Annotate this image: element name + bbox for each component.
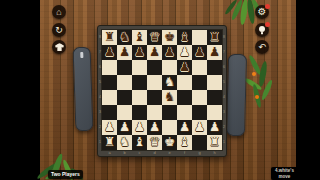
square-e6[interactable]	[162, 60, 177, 75]
rank-label: 6	[222, 60, 226, 75]
square-h8[interactable]: ♜	[207, 30, 222, 45]
square-c1[interactable]: ♝	[132, 135, 147, 150]
piece-black-rook: ♜	[102, 30, 117, 45]
square-h3[interactable]	[207, 105, 222, 120]
square-b8[interactable]: ♞	[117, 30, 132, 45]
square-g2[interactable]: ♟	[192, 120, 207, 135]
piece-black-pawn: ♟	[117, 45, 132, 60]
square-c8[interactable]: ♝	[132, 30, 147, 45]
letterbox-left	[0, 0, 40, 180]
piece-black-bishop: ♝	[132, 30, 147, 45]
file-label: a	[102, 150, 117, 156]
piece-black-pawn: ♟	[102, 45, 117, 60]
square-c5[interactable]	[132, 75, 147, 90]
square-a5[interactable]	[102, 75, 117, 90]
captured-pieces-tray-left	[73, 47, 94, 132]
tshirt-icon	[54, 43, 65, 52]
rank-label: 3	[98, 105, 102, 120]
undo-icon: ↶	[258, 40, 266, 54]
square-f5[interactable]	[177, 75, 192, 90]
settings-button[interactable]: ⚙	[255, 5, 269, 19]
rank-label: 1	[98, 135, 102, 150]
square-a1[interactable]: ♜	[102, 135, 117, 150]
piece-white-pawn: ♟	[192, 120, 207, 135]
square-f6[interactable]: ♟	[177, 60, 192, 75]
file-label: b	[117, 150, 132, 156]
piece-white-pawn: ♟	[132, 120, 147, 135]
settings-notification-badge	[265, 4, 270, 9]
file-label: c	[132, 150, 147, 156]
chess-board: ♜♞♝♛♚♝♜♟♟♟♟♟♟♟♟♟♞♞♟♟♟♟♟♟♟♜♞♝♛♚♝♜ abcdefg…	[97, 25, 227, 157]
piece-white-knight: ♞	[162, 75, 177, 90]
board-squares: ♜♞♝♛♚♝♜♟♟♟♟♟♟♟♟♟♞♞♟♟♟♟♟♟♟♜♞♝♛♚♝♜	[102, 30, 222, 150]
square-b4[interactable]	[117, 90, 132, 105]
game-mode-label: Two Players	[48, 170, 83, 179]
piece-white-bishop: ♝	[132, 135, 147, 150]
piece-black-knight: ♞	[117, 30, 132, 45]
square-d2[interactable]: ♟	[147, 120, 162, 135]
square-h4[interactable]	[207, 90, 222, 105]
square-g1[interactable]	[192, 135, 207, 150]
rank-label: 7	[98, 45, 102, 60]
piece-white-pawn: ♟	[177, 120, 192, 135]
piece-black-queen: ♛	[147, 30, 162, 45]
letterbox-right	[296, 0, 320, 180]
square-f3[interactable]	[177, 105, 192, 120]
hint-button[interactable]	[255, 23, 269, 37]
file-label: h	[207, 150, 222, 156]
square-a2[interactable]: ♟	[102, 120, 117, 135]
square-c7[interactable]: ♟	[132, 45, 147, 60]
square-h6[interactable]	[207, 60, 222, 75]
square-a4[interactable]	[102, 90, 117, 105]
square-b1[interactable]: ♞	[117, 135, 132, 150]
square-c2[interactable]: ♟	[132, 120, 147, 135]
file-label: f	[177, 150, 192, 156]
square-c3[interactable]	[132, 105, 147, 120]
rank-labels-right: 87654321	[222, 30, 226, 150]
piece-black-pawn: ♟	[192, 45, 207, 60]
piece-black-knight: ♞	[162, 90, 177, 105]
piece-white-bishop: ♝	[177, 135, 192, 150]
piece-white-rook: ♜	[102, 135, 117, 150]
square-d8[interactable]: ♛	[147, 30, 162, 45]
square-g8[interactable]	[192, 30, 207, 45]
rank-label: 2	[98, 120, 102, 135]
app-screen: ⌂ ↻ ⚙ ↶ ♜♞♝♛♚♝♜♟♟♟♟♟♟♟♟♟♞♞♟♟♟♟♟♟♟♜♞♝♛♚♝♜…	[0, 0, 320, 180]
square-f2[interactable]: ♟	[177, 120, 192, 135]
piece-white-queen: ♛	[147, 135, 162, 150]
rank-label: 3	[222, 105, 226, 120]
square-f8[interactable]: ♝	[177, 30, 192, 45]
piece-white-pawn: ♟	[177, 45, 192, 60]
square-e2[interactable]	[162, 120, 177, 135]
piece-black-pawn: ♟	[132, 45, 147, 60]
rank-label: 2	[222, 120, 226, 135]
square-e4[interactable]: ♞	[162, 90, 177, 105]
piece-black-king: ♚	[162, 30, 177, 45]
restart-button[interactable]: ↻	[52, 23, 66, 37]
rank-label: 4	[98, 90, 102, 105]
square-b3[interactable]	[117, 105, 132, 120]
rank-label: 8	[222, 30, 226, 45]
piece-black-pawn: ♟	[162, 45, 177, 60]
square-b6[interactable]	[117, 60, 132, 75]
square-e3[interactable]	[162, 105, 177, 120]
rank-label: 8	[98, 30, 102, 45]
piece-white-pawn: ♟	[117, 120, 132, 135]
square-h2[interactable]: ♟	[207, 120, 222, 135]
piece-black-rook: ♜	[207, 30, 222, 45]
rank-label: 6	[98, 60, 102, 75]
piece-black-pawn: ♟	[147, 45, 162, 60]
piece-white-pawn: ♟	[147, 120, 162, 135]
file-labels: abcdefgh	[102, 150, 222, 156]
square-g4[interactable]	[192, 90, 207, 105]
square-a3[interactable]	[102, 105, 117, 120]
square-h5[interactable]	[207, 75, 222, 90]
square-e7[interactable]: ♟	[162, 45, 177, 60]
tray-marker	[80, 52, 83, 58]
file-label: g	[192, 150, 207, 156]
square-d7[interactable]: ♟	[147, 45, 162, 60]
piece-white-rook: ♜	[207, 135, 222, 150]
move-status-line2: move	[271, 174, 298, 180]
square-g3[interactable]	[192, 105, 207, 120]
square-a8[interactable]: ♜	[102, 30, 117, 45]
file-label: d	[147, 150, 162, 156]
piece-white-pawn: ♟	[207, 120, 222, 135]
rank-label: 5	[222, 75, 226, 90]
square-e5[interactable]: ♞	[162, 75, 177, 90]
square-c6[interactable]	[132, 60, 147, 75]
rank-label: 4	[222, 90, 226, 105]
square-b2[interactable]: ♟	[117, 120, 132, 135]
square-d3[interactable]	[147, 105, 162, 120]
captured-pieces-tray-right	[226, 54, 247, 136]
square-g5[interactable]	[192, 75, 207, 90]
square-f1[interactable]: ♝	[177, 135, 192, 150]
theme-button[interactable]	[52, 40, 66, 54]
piece-white-pawn: ♟	[102, 120, 117, 135]
square-a7[interactable]: ♟	[102, 45, 117, 60]
piece-white-knight: ♞	[117, 135, 132, 150]
square-d4[interactable]	[147, 90, 162, 105]
rank-label: 1	[222, 135, 226, 150]
piece-black-pawn: ♟	[177, 60, 192, 75]
piece-black-bishop: ♝	[177, 30, 192, 45]
square-f4[interactable]	[177, 90, 192, 105]
rank-label: 7	[222, 45, 226, 60]
square-g6[interactable]	[192, 60, 207, 75]
undo-button[interactable]: ↶	[255, 40, 269, 54]
hint-notification-badge	[265, 22, 270, 27]
square-h7[interactable]: ♟	[207, 45, 222, 60]
square-d5[interactable]	[147, 75, 162, 90]
move-status-line1: 4.white's	[271, 168, 298, 174]
square-b7[interactable]: ♟	[117, 45, 132, 60]
rank-label: 5	[98, 75, 102, 90]
square-f7[interactable]: ♟	[177, 45, 192, 60]
rank-labels-left: 87654321	[98, 30, 102, 150]
square-a6[interactable]	[102, 60, 117, 75]
piece-white-king: ♚	[162, 135, 177, 150]
square-b5[interactable]	[117, 75, 132, 90]
square-d1[interactable]: ♛	[147, 135, 162, 150]
square-d6[interactable]	[147, 60, 162, 75]
piece-black-pawn: ♟	[207, 45, 222, 60]
restart-icon: ↻	[55, 23, 63, 37]
square-e1[interactable]: ♚	[162, 135, 177, 150]
square-e8[interactable]: ♚	[162, 30, 177, 45]
square-c4[interactable]	[132, 90, 147, 105]
move-status: 4.white's move	[271, 167, 298, 180]
home-icon: ⌂	[56, 5, 61, 19]
square-g7[interactable]: ♟	[192, 45, 207, 60]
home-button[interactable]: ⌂	[52, 5, 66, 19]
square-h1[interactable]: ♜	[207, 135, 222, 150]
file-label: e	[162, 150, 177, 156]
